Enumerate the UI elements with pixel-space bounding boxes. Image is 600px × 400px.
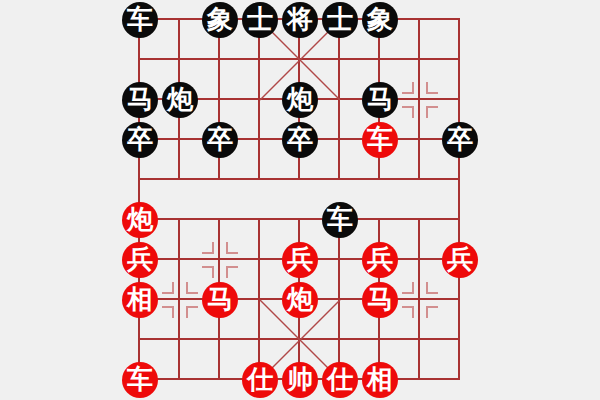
black-soldier-e6[interactable]: 卒 xyxy=(282,122,318,158)
board-cell xyxy=(420,60,460,100)
board-cell xyxy=(180,220,220,260)
black-horse-a7[interactable]: 马 xyxy=(122,82,158,118)
red-chariot-a0[interactable]: 车 xyxy=(122,362,158,398)
black-horse-g7[interactable]: 马 xyxy=(362,82,398,118)
black-elephant-g9[interactable]: 象 xyxy=(362,2,398,38)
red-elephant-g0[interactable]: 相 xyxy=(362,362,398,398)
red-elephant-a2[interactable]: 相 xyxy=(122,282,158,318)
red-advisor-d0[interactable]: 仕 xyxy=(242,362,278,398)
black-chariot-a9[interactable]: 车 xyxy=(122,2,158,38)
red-soldier-e3[interactable]: 兵 xyxy=(282,242,318,278)
board-cell xyxy=(420,300,460,340)
red-general-e0[interactable]: 帅 xyxy=(282,362,318,398)
black-cannon-b7[interactable]: 炮 xyxy=(162,82,198,118)
red-cannon-e2[interactable]: 炮 xyxy=(282,282,318,318)
red-soldier-i3[interactable]: 兵 xyxy=(442,242,478,278)
black-soldier-i6[interactable]: 卒 xyxy=(442,122,478,158)
board-grid xyxy=(138,18,460,380)
board-cell xyxy=(260,180,300,220)
board-cell xyxy=(180,180,220,220)
board-cell xyxy=(220,220,260,260)
black-general-e9[interactable]: 将 xyxy=(282,2,318,38)
black-cannon-e7[interactable]: 炮 xyxy=(282,82,318,118)
red-soldier-g3[interactable]: 兵 xyxy=(362,242,398,278)
board-cell xyxy=(220,60,260,100)
red-horse-g2[interactable]: 马 xyxy=(362,282,398,318)
red-horse-c2[interactable]: 马 xyxy=(202,282,238,318)
board-cell xyxy=(420,20,460,60)
board-cell xyxy=(180,340,220,380)
black-chariot-f4[interactable]: 车 xyxy=(322,202,358,238)
black-soldier-a6[interactable]: 卒 xyxy=(122,122,158,158)
board-cell xyxy=(220,180,260,220)
board-cell xyxy=(380,180,420,220)
black-advisor-d9[interactable]: 士 xyxy=(242,2,278,38)
black-advisor-f9[interactable]: 士 xyxy=(322,2,358,38)
xiangqi-screen: 车象士将士象马炮炮马卒卒卒车卒炮车兵兵兵兵相马炮马车仕帅仕相 xyxy=(0,0,600,400)
red-advisor-f0[interactable]: 仕 xyxy=(322,362,358,398)
black-soldier-c6[interactable]: 卒 xyxy=(202,122,238,158)
board-cell xyxy=(420,340,460,380)
red-chariot-g6[interactable]: 车 xyxy=(362,122,398,158)
red-cannon-a4[interactable]: 炮 xyxy=(122,202,158,238)
black-elephant-c9[interactable]: 象 xyxy=(202,2,238,38)
board-cell xyxy=(420,180,460,220)
red-soldier-a3[interactable]: 兵 xyxy=(122,242,158,278)
